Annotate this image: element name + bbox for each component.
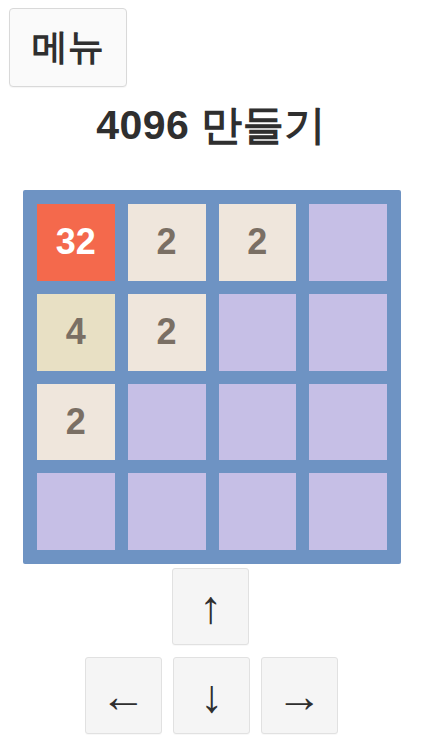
game-screen: 메뉴 4096 만들기 3222422 ↑ ← ↓ → <box>0 0 422 750</box>
arrow-right-icon: → <box>277 669 323 723</box>
page-title: 4096 만들기 <box>0 98 422 153</box>
tile-2-r1c3: 2 <box>219 204 297 281</box>
empty-cell-r4c3 <box>219 473 297 550</box>
empty-cell-r4c4 <box>309 473 387 550</box>
tile-2-r1c2: 2 <box>128 204 206 281</box>
tile-2-r3c1: 2 <box>37 384 115 461</box>
tile-32-r1c1: 32 <box>37 204 115 281</box>
move-down-button[interactable]: ↓ <box>173 657 250 734</box>
arrow-up-icon: ↑ <box>199 580 222 634</box>
move-right-button[interactable]: → <box>261 657 338 734</box>
tile-4-r2c1: 4 <box>37 294 115 371</box>
empty-cell-r4c2 <box>128 473 206 550</box>
empty-cell-r3c3 <box>219 384 297 461</box>
empty-cell-r2c4 <box>309 294 387 371</box>
move-left-button[interactable]: ← <box>85 657 162 734</box>
empty-cell-r1c4 <box>309 204 387 281</box>
arrow-left-icon: ← <box>101 669 147 723</box>
move-up-button[interactable]: ↑ <box>172 568 249 645</box>
empty-cell-r3c4 <box>309 384 387 461</box>
menu-button[interactable]: 메뉴 <box>9 8 127 87</box>
arrow-down-icon: ↓ <box>200 669 223 723</box>
empty-cell-r2c3 <box>219 294 297 371</box>
tile-2-r2c2: 2 <box>128 294 206 371</box>
game-board: 3222422 <box>23 190 401 564</box>
empty-cell-r3c2 <box>128 384 206 461</box>
empty-cell-r4c1 <box>37 473 115 550</box>
